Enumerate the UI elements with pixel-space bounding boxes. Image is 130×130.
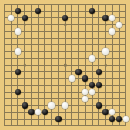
intersection-3-5[interactable] — [15, 28, 22, 35]
white-stone — [123, 116, 129, 122]
intersection-19-18[interactable] — [122, 116, 129, 123]
intersection-5-17[interactable] — [28, 109, 35, 116]
intersection-14-14[interactable] — [89, 89, 96, 96]
intersection-13-12[interactable] — [82, 75, 89, 82]
intersection-17-17[interactable] — [109, 109, 116, 116]
intersection-17-3[interactable] — [109, 15, 116, 22]
black-stone — [109, 116, 115, 122]
intersection-6-2[interactable] — [35, 8, 42, 15]
intersection-13-14[interactable] — [82, 89, 89, 96]
intersection-3-11[interactable] — [15, 68, 22, 75]
white-stone — [102, 48, 108, 54]
white-stone — [109, 109, 115, 115]
intersection-11-12[interactable] — [68, 75, 75, 82]
white-stone — [89, 55, 95, 61]
white-stone — [48, 102, 54, 108]
intersection-16-17[interactable] — [102, 109, 109, 116]
black-stone — [96, 69, 102, 75]
black-stone — [35, 8, 41, 14]
intersection-3-14[interactable] — [15, 89, 22, 96]
black-stone — [102, 15, 108, 21]
black-stone — [15, 89, 21, 95]
black-stone — [62, 15, 68, 21]
white-stone — [89, 89, 95, 95]
white-stone — [109, 15, 115, 21]
intersection-13-15[interactable] — [82, 95, 89, 102]
intersection-12-11[interactable] — [75, 68, 82, 75]
intersection-17-5[interactable] — [109, 28, 116, 35]
black-stone — [22, 102, 28, 108]
black-stone — [116, 116, 122, 122]
black-stone — [22, 15, 28, 21]
black-stone — [75, 69, 81, 75]
white-stone — [69, 75, 75, 81]
go-board[interactable] — [0, 0, 130, 130]
go-grid — [1, 1, 129, 129]
intersection-16-3[interactable] — [102, 15, 109, 22]
black-stone — [15, 69, 21, 75]
black-stone — [55, 116, 61, 122]
black-stone — [28, 109, 34, 115]
intersection-15-16[interactable] — [95, 102, 102, 109]
black-stone — [89, 8, 95, 14]
white-stone — [35, 109, 41, 115]
intersection-7-17[interactable] — [42, 109, 49, 116]
intersection-18-18[interactable] — [116, 116, 123, 123]
white-stone — [15, 48, 21, 54]
white-stone — [82, 96, 88, 102]
white-stone — [116, 22, 122, 28]
intersection-10-3[interactable] — [62, 15, 69, 22]
intersection-3-2[interactable] — [15, 8, 22, 15]
white-stone — [15, 28, 21, 34]
intersection-4-3[interactable] — [21, 15, 28, 22]
intersection-15-11[interactable] — [95, 68, 102, 75]
intersection-6-17[interactable] — [35, 109, 42, 116]
go-app — [0, 0, 130, 130]
intersection-10-16[interactable] — [62, 102, 69, 109]
intersection-8-16[interactable] — [48, 102, 55, 109]
intersection-4-16[interactable] — [21, 102, 28, 109]
black-stone — [82, 75, 88, 81]
intersection-17-18[interactable] — [109, 116, 116, 123]
intersection-16-8[interactable] — [102, 48, 109, 55]
intersection-9-18[interactable] — [55, 116, 62, 123]
intersection-18-4[interactable] — [116, 21, 123, 28]
intersection-3-8[interactable] — [15, 48, 22, 55]
intersection-14-2[interactable] — [89, 8, 96, 15]
white-stone — [109, 28, 115, 34]
black-stone — [102, 109, 108, 115]
intersection-15-13[interactable] — [95, 82, 102, 89]
white-stone — [8, 15, 14, 21]
black-stone — [96, 82, 102, 88]
black-stone — [96, 102, 102, 108]
black-stone — [42, 109, 48, 115]
black-stone — [15, 8, 21, 14]
white-stone — [82, 89, 88, 95]
intersection-14-9[interactable] — [89, 55, 96, 62]
black-stone — [89, 82, 95, 88]
intersection-2-3[interactable] — [8, 15, 15, 22]
intersection-14-13[interactable] — [89, 82, 96, 89]
white-stone — [62, 102, 68, 108]
